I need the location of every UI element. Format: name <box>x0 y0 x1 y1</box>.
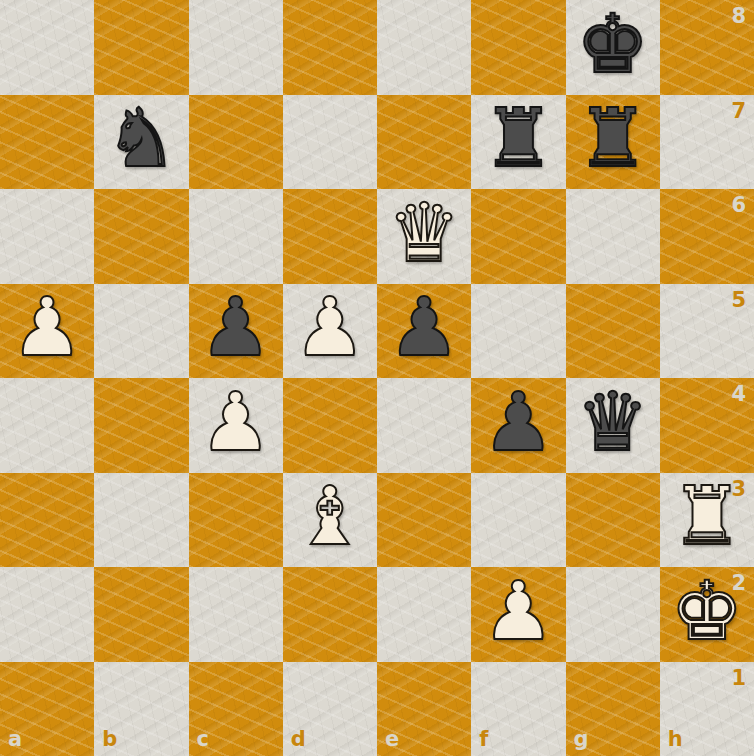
file-label-d: d <box>291 729 306 750</box>
square-a4[interactable] <box>0 378 94 473</box>
square-b5[interactable] <box>94 284 188 379</box>
rank-label-5: 5 <box>731 290 746 311</box>
square-c1[interactable]: c <box>189 662 283 756</box>
file-label-g: g <box>574 729 589 750</box>
square-g5[interactable] <box>566 284 660 379</box>
piece-black-rook[interactable]: ♜ <box>482 98 555 179</box>
rank-label-8: 8 <box>731 6 746 27</box>
square-g2[interactable] <box>566 567 660 662</box>
piece-white-king[interactable]: ♚ <box>671 571 744 652</box>
square-f7[interactable]: ♜ <box>471 95 565 190</box>
square-a5[interactable]: ♟ <box>0 284 94 379</box>
square-d3[interactable]: ♝ <box>283 473 377 568</box>
chess-board: ♚8♞♜♜7♛6♟♟♟♟5♟♟♛4♝♜3♟♚2abcdefgh1 <box>0 0 754 756</box>
square-d7[interactable] <box>283 95 377 190</box>
square-e1[interactable]: e <box>377 662 471 756</box>
square-f5[interactable] <box>471 284 565 379</box>
square-b7[interactable]: ♞ <box>94 95 188 190</box>
rank-label-1: 1 <box>731 668 746 689</box>
square-e4[interactable] <box>377 378 471 473</box>
square-d6[interactable] <box>283 189 377 284</box>
square-a7[interactable] <box>0 95 94 190</box>
piece-black-queen[interactable]: ♛ <box>576 382 649 463</box>
square-a3[interactable] <box>0 473 94 568</box>
file-label-c: c <box>197 729 209 750</box>
square-g1[interactable]: g <box>566 662 660 756</box>
square-h3[interactable]: ♜3 <box>660 473 754 568</box>
square-h6[interactable]: 6 <box>660 189 754 284</box>
rank-label-7: 7 <box>731 101 746 122</box>
square-f2[interactable]: ♟ <box>471 567 565 662</box>
file-label-h: h <box>668 729 683 750</box>
square-d8[interactable] <box>283 0 377 95</box>
file-label-f: f <box>479 729 488 750</box>
square-d4[interactable] <box>283 378 377 473</box>
square-c6[interactable] <box>189 189 283 284</box>
file-label-b: b <box>102 729 117 750</box>
square-b4[interactable] <box>94 378 188 473</box>
square-f8[interactable] <box>471 0 565 95</box>
square-e2[interactable] <box>377 567 471 662</box>
square-a1[interactable]: a <box>0 662 94 756</box>
piece-white-rook[interactable]: ♜ <box>671 476 744 557</box>
square-g7[interactable]: ♜ <box>566 95 660 190</box>
piece-white-queen[interactable]: ♛ <box>388 193 461 274</box>
piece-black-rook[interactable]: ♜ <box>576 98 649 179</box>
square-h4[interactable]: 4 <box>660 378 754 473</box>
square-b1[interactable]: b <box>94 662 188 756</box>
square-e3[interactable] <box>377 473 471 568</box>
square-c8[interactable] <box>189 0 283 95</box>
square-d2[interactable] <box>283 567 377 662</box>
square-f1[interactable]: f <box>471 662 565 756</box>
square-f6[interactable] <box>471 189 565 284</box>
square-d1[interactable]: d <box>283 662 377 756</box>
piece-white-pawn[interactable]: ♟ <box>11 287 84 368</box>
square-h5[interactable]: 5 <box>660 284 754 379</box>
piece-white-bishop[interactable]: ♝ <box>294 476 367 557</box>
square-g8[interactable]: ♚ <box>566 0 660 95</box>
piece-black-pawn[interactable]: ♟ <box>199 287 272 368</box>
square-b8[interactable] <box>94 0 188 95</box>
square-g4[interactable]: ♛ <box>566 378 660 473</box>
square-f4[interactable]: ♟ <box>471 378 565 473</box>
rank-label-6: 6 <box>731 195 746 216</box>
piece-black-pawn[interactable]: ♟ <box>388 287 461 368</box>
square-h2[interactable]: ♚2 <box>660 567 754 662</box>
file-label-a: a <box>8 729 22 750</box>
piece-white-pawn[interactable]: ♟ <box>482 571 555 652</box>
piece-black-king[interactable]: ♚ <box>576 4 649 85</box>
square-g6[interactable] <box>566 189 660 284</box>
square-g3[interactable] <box>566 473 660 568</box>
square-c3[interactable] <box>189 473 283 568</box>
square-e6[interactable]: ♛ <box>377 189 471 284</box>
square-a2[interactable] <box>0 567 94 662</box>
square-h1[interactable]: h1 <box>660 662 754 756</box>
piece-black-pawn[interactable]: ♟ <box>482 382 555 463</box>
square-a8[interactable] <box>0 0 94 95</box>
square-d5[interactable]: ♟ <box>283 284 377 379</box>
square-c4[interactable]: ♟ <box>189 378 283 473</box>
piece-black-knight[interactable]: ♞ <box>105 98 178 179</box>
square-e8[interactable] <box>377 0 471 95</box>
square-e5[interactable]: ♟ <box>377 284 471 379</box>
square-b3[interactable] <box>94 473 188 568</box>
piece-white-pawn[interactable]: ♟ <box>294 287 367 368</box>
square-b2[interactable] <box>94 567 188 662</box>
file-label-e: e <box>385 729 399 750</box>
square-b6[interactable] <box>94 189 188 284</box>
square-a6[interactable] <box>0 189 94 284</box>
square-c7[interactable] <box>189 95 283 190</box>
square-e7[interactable] <box>377 95 471 190</box>
square-f3[interactable] <box>471 473 565 568</box>
piece-white-pawn[interactable]: ♟ <box>199 382 272 463</box>
square-h7[interactable]: 7 <box>660 95 754 190</box>
rank-label-4: 4 <box>731 384 746 405</box>
square-h8[interactable]: 8 <box>660 0 754 95</box>
square-c2[interactable] <box>189 567 283 662</box>
square-c5[interactable]: ♟ <box>189 284 283 379</box>
